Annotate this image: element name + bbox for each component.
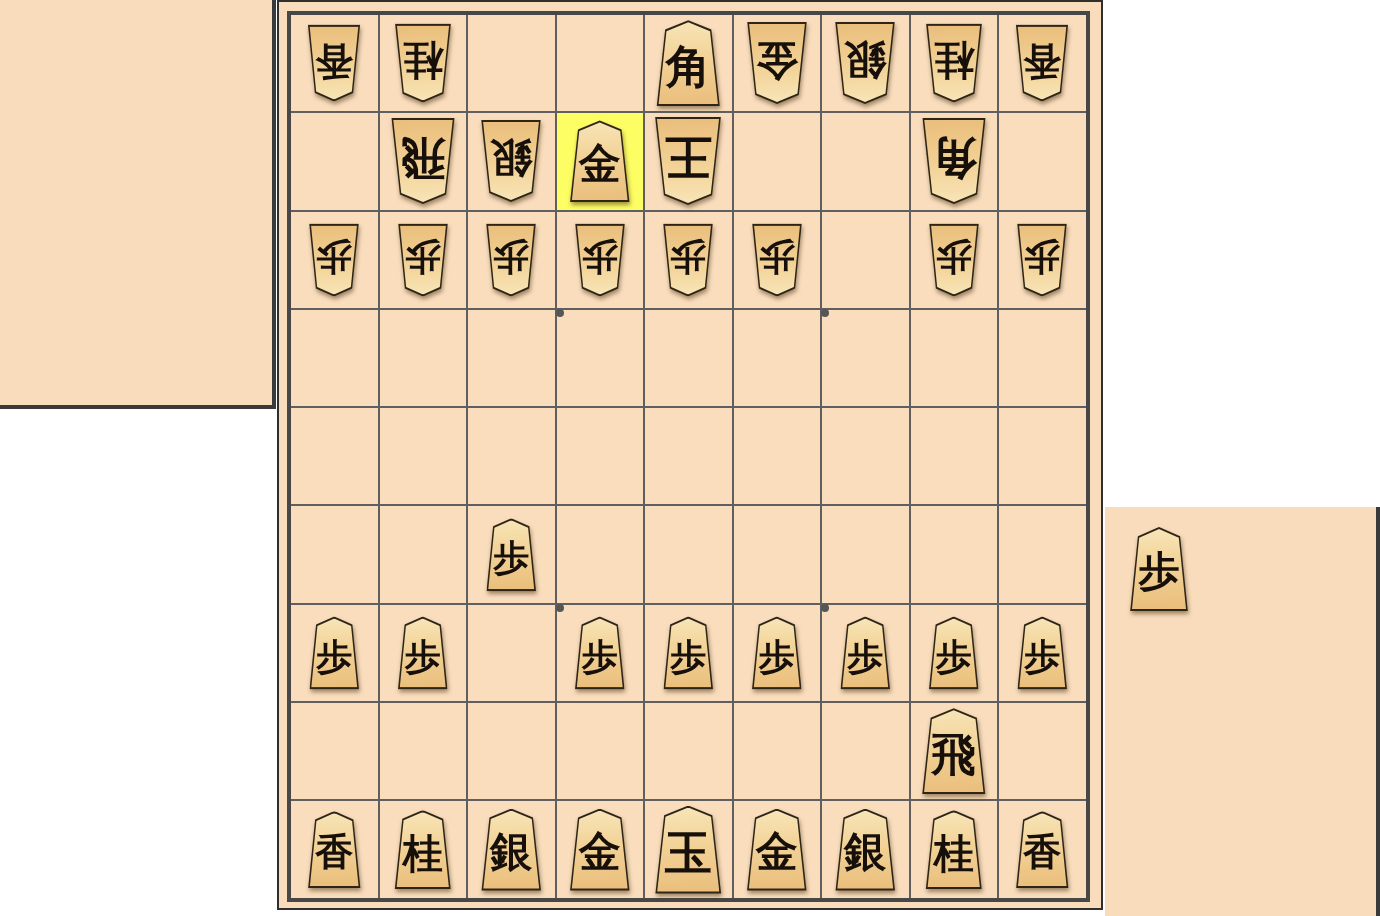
piece-sente-pawn[interactable]: 歩: [307, 616, 362, 689]
piece-kanji: 歩: [316, 239, 352, 280]
piece-pentagon: 歩: [484, 518, 539, 591]
square-9a[interactable]: 香: [291, 15, 378, 111]
square-1a[interactable]: 香: [999, 15, 1086, 111]
piece-gote-pawn[interactable]: 歩: [749, 223, 804, 296]
piece-face: 香: [1015, 27, 1069, 100]
square-2b[interactable]: 角: [911, 113, 998, 209]
piece-kanji: 香: [315, 42, 353, 85]
piece-gote-silver[interactable]: 銀: [832, 22, 898, 104]
piece-sente-pawn[interactable]: 歩: [395, 616, 450, 689]
square-9e[interactable]: [291, 408, 378, 504]
square-1i[interactable]: 香: [999, 801, 1086, 897]
piece-pentagon: 金: [567, 809, 633, 891]
piece-kanji: 桂: [403, 41, 443, 86]
piece-face: 歩: [751, 618, 802, 687]
piece-sente-silver[interactable]: 銀: [832, 809, 898, 891]
piece-face: 歩: [751, 225, 802, 294]
piece-sente-pawn[interactable]: 歩: [661, 616, 716, 689]
square-4c[interactable]: 歩: [734, 212, 821, 308]
piece-sente-lance[interactable]: 香: [305, 811, 363, 888]
piece-kanji: 歩: [1139, 546, 1180, 592]
piece-face: 金: [569, 122, 631, 200]
piece-pentagon: 香: [1013, 25, 1071, 102]
gote-hand-tray[interactable]: [0, 0, 276, 409]
piece-gote-gold[interactable]: 金: [744, 22, 810, 104]
square-4e[interactable]: [734, 408, 821, 504]
piece-face: 角: [655, 22, 721, 104]
piece-pentagon: 銀: [478, 809, 544, 891]
piece-kanji: 歩: [847, 633, 883, 674]
square-4d[interactable]: [734, 310, 821, 406]
piece-pentagon: 桂: [923, 24, 985, 103]
piece-pentagon: 歩: [307, 223, 362, 296]
piece-pentagon: 歩: [1127, 527, 1191, 611]
square-7f[interactable]: 歩: [468, 506, 555, 602]
piece-pentagon: 金: [567, 120, 633, 202]
piece-face: 歩: [928, 618, 979, 687]
piece-face: 玉: [654, 808, 723, 892]
piece-pentagon: 角: [653, 20, 723, 106]
piece-face: 香: [1015, 813, 1069, 886]
hoshi-dot: [556, 309, 564, 317]
piece-face: 金: [746, 811, 808, 889]
square-4f[interactable]: [734, 506, 821, 602]
piece-gote-lance[interactable]: 香: [1013, 25, 1071, 102]
shogi-app-window: 香桂角金銀桂香飛銀金王角歩歩歩歩歩歩歩歩歩歩歩歩歩歩歩歩歩飛香桂銀金玉金銀桂香 …: [0, 0, 1380, 916]
square-5f[interactable]: [645, 506, 732, 602]
piece-sente-knight[interactable]: 桂: [392, 810, 454, 889]
piece-face: 飛: [921, 710, 987, 792]
piece-face: 銀: [834, 811, 896, 889]
piece-kanji: 歩: [1024, 633, 1060, 674]
square-7g[interactable]: [468, 605, 555, 701]
hoshi-dot: [821, 309, 829, 317]
square-2f[interactable]: [911, 506, 998, 602]
piece-kanji: 銀: [490, 826, 532, 874]
piece-face: 角: [921, 120, 987, 202]
square-1e[interactable]: [999, 408, 1086, 504]
piece-pentagon: 王: [652, 117, 725, 205]
square-3d[interactable]: [822, 310, 909, 406]
piece-sente-pawn[interactable]: 歩: [838, 616, 893, 689]
piece-gote-pawn[interactable]: 歩: [484, 223, 539, 296]
piece-sente-pawn[interactable]: 歩: [572, 616, 627, 689]
piece-kanji: 角: [931, 136, 976, 187]
square-6d[interactable]: [557, 310, 644, 406]
piece-kanji: 王: [665, 135, 712, 188]
piece-gote-rook[interactable]: 飛: [388, 118, 458, 204]
piece-pentagon: 歩: [1015, 616, 1070, 689]
square-2d[interactable]: [911, 310, 998, 406]
piece-kanji: 歩: [670, 239, 706, 280]
piece-pentagon: 銀: [832, 22, 898, 104]
square-8e[interactable]: [380, 408, 467, 504]
piece-pentagon: 桂: [923, 810, 985, 889]
square-4a[interactable]: 金: [734, 15, 821, 111]
piece-pentagon: 歩: [572, 223, 627, 296]
square-7a[interactable]: [468, 15, 555, 111]
square-5e[interactable]: [645, 408, 732, 504]
square-9c[interactable]: 歩: [291, 212, 378, 308]
piece-face: 桂: [394, 812, 452, 887]
piece-face: 王: [654, 119, 723, 203]
piece-kanji: 飛: [931, 726, 976, 777]
piece-pentagon: 香: [1013, 811, 1071, 888]
piece-face: 歩: [1017, 225, 1068, 294]
piece-kanji: 金: [756, 826, 798, 874]
piece-pentagon: 歩: [926, 616, 981, 689]
square-3i[interactable]: 銀: [822, 801, 909, 897]
square-6f[interactable]: [557, 506, 644, 602]
piece-gote-pawn[interactable]: 歩: [307, 223, 362, 296]
piece-pentagon: 金: [744, 22, 810, 104]
piece-pentagon: 歩: [661, 616, 716, 689]
piece-face: 金: [569, 811, 631, 889]
piece-kanji: 歩: [936, 633, 972, 674]
piece-face: 歩: [574, 225, 625, 294]
square-4g[interactable]: 歩: [734, 605, 821, 701]
square-5c[interactable]: 歩: [645, 212, 732, 308]
piece-sente-gold[interactable]: 金: [567, 120, 633, 202]
square-8h[interactable]: [380, 703, 467, 799]
piece-sente-pawn[interactable]: 歩: [1127, 527, 1191, 611]
square-5b[interactable]: 王: [645, 113, 732, 209]
square-9i[interactable]: 香: [291, 801, 378, 897]
square-5g[interactable]: 歩: [645, 605, 732, 701]
piece-sente-lance[interactable]: 香: [1013, 811, 1071, 888]
piece-pentagon: 銀: [478, 120, 544, 202]
piece-kanji: 飛: [400, 136, 445, 187]
piece-pentagon: 歩: [572, 616, 627, 689]
piece-kanji: 香: [1023, 828, 1061, 871]
piece-kanji: 桂: [403, 827, 443, 872]
hoshi-dot: [821, 604, 829, 612]
square-5h[interactable]: [645, 703, 732, 799]
piece-face: 歩: [1129, 529, 1189, 609]
piece-face: 歩: [840, 618, 891, 687]
square-7d[interactable]: [468, 310, 555, 406]
piece-sente-pawn[interactable]: 歩: [749, 616, 804, 689]
square-3a[interactable]: 銀: [822, 15, 909, 111]
square-3h[interactable]: [822, 703, 909, 799]
square-8g[interactable]: 歩: [380, 605, 467, 701]
piece-gote-pawn[interactable]: 歩: [395, 223, 450, 296]
piece-kanji: 歩: [582, 239, 618, 280]
piece-face: 飛: [390, 120, 456, 202]
piece-pentagon: 歩: [307, 616, 362, 689]
piece-kanji: 金: [579, 138, 621, 186]
square-1f[interactable]: [999, 506, 1086, 602]
piece-sente-pawn[interactable]: 歩: [1015, 616, 1070, 689]
piece-kanji: 銀: [844, 39, 886, 87]
piece-kanji: 歩: [316, 633, 352, 674]
piece-pentagon: 歩: [838, 616, 893, 689]
piece-pentagon: 歩: [749, 616, 804, 689]
piece-pentagon: 歩: [661, 223, 716, 296]
square-2i[interactable]: 桂: [911, 801, 998, 897]
piece-gote-pawn[interactable]: 歩: [661, 223, 716, 296]
shogi-board: 香桂角金銀桂香飛銀金王角歩歩歩歩歩歩歩歩歩歩歩歩歩歩歩歩歩飛香桂銀金玉金銀桂香: [287, 11, 1090, 902]
piece-gote-knight[interactable]: 桂: [923, 24, 985, 103]
square-7e[interactable]: [468, 408, 555, 504]
piece-sente-king[interactable]: 玉: [652, 806, 725, 894]
square-9b[interactable]: [291, 113, 378, 209]
square-4h[interactable]: [734, 703, 821, 799]
piece-pentagon: 玉: [652, 806, 725, 894]
square-5d[interactable]: [645, 310, 732, 406]
piece-pentagon: 歩: [1015, 223, 1070, 296]
piece-sente-rook[interactable]: 飛: [919, 708, 989, 794]
piece-face: 香: [307, 27, 361, 100]
piece-face: 桂: [394, 26, 452, 101]
piece-kanji: 金: [579, 826, 621, 874]
piece-sente-knight[interactable]: 桂: [923, 810, 985, 889]
piece-kanji: 歩: [1024, 239, 1060, 280]
square-6h[interactable]: [557, 703, 644, 799]
piece-gote-pawn[interactable]: 歩: [1015, 223, 1070, 296]
piece-kanji: 歩: [405, 633, 441, 674]
square-7h[interactable]: [468, 703, 555, 799]
piece-pentagon: 歩: [926, 223, 981, 296]
square-8c[interactable]: 歩: [380, 212, 467, 308]
piece-pentagon: 飛: [388, 118, 458, 204]
piece-gote-knight[interactable]: 桂: [392, 24, 454, 103]
piece-gote-pawn[interactable]: 歩: [572, 223, 627, 296]
piece-gote-silver[interactable]: 銀: [478, 120, 544, 202]
piece-face: 銀: [834, 24, 896, 102]
square-6b[interactable]: 金: [557, 113, 644, 209]
piece-pentagon: 桂: [392, 810, 454, 889]
piece-face: 桂: [925, 26, 983, 101]
square-1h[interactable]: [999, 703, 1086, 799]
piece-face: 歩: [309, 618, 360, 687]
square-2h[interactable]: 飛: [911, 703, 998, 799]
square-2g[interactable]: 歩: [911, 605, 998, 701]
piece-kanji: 歩: [493, 239, 529, 280]
square-8f[interactable]: [380, 506, 467, 602]
piece-pentagon: 金: [744, 809, 810, 891]
square-5i[interactable]: 玉: [645, 801, 732, 897]
piece-sente-pawn[interactable]: 歩: [926, 616, 981, 689]
square-9f[interactable]: [291, 506, 378, 602]
square-1g[interactable]: 歩: [999, 605, 1086, 701]
piece-face: 銀: [480, 122, 542, 200]
square-7i[interactable]: 銀: [468, 801, 555, 897]
piece-face: 歩: [663, 225, 714, 294]
square-9h[interactable]: [291, 703, 378, 799]
piece-kanji: 香: [315, 828, 353, 871]
piece-gote-king[interactable]: 王: [652, 117, 725, 205]
piece-kanji: 歩: [493, 534, 529, 575]
square-3b[interactable]: [822, 113, 909, 209]
square-5a[interactable]: 角: [645, 15, 732, 111]
square-8b[interactable]: 飛: [380, 113, 467, 209]
piece-gote-pawn[interactable]: 歩: [926, 223, 981, 296]
piece-pentagon: 歩: [749, 223, 804, 296]
hoshi-dot: [556, 604, 564, 612]
piece-sente-pawn[interactable]: 歩: [484, 518, 539, 591]
square-8a[interactable]: 桂: [380, 15, 467, 111]
piece-pentagon: 歩: [395, 616, 450, 689]
piece-sente-bishop[interactable]: 角: [653, 20, 723, 106]
square-3e[interactable]: [822, 408, 909, 504]
square-6e[interactable]: [557, 408, 644, 504]
piece-kanji: 歩: [405, 239, 441, 280]
piece-pentagon: 角: [919, 118, 989, 204]
square-6c[interactable]: 歩: [557, 212, 644, 308]
square-8i[interactable]: 桂: [380, 801, 467, 897]
piece-face: 銀: [480, 811, 542, 889]
piece-sente-gold[interactable]: 金: [567, 809, 633, 891]
piece-pentagon: 歩: [484, 223, 539, 296]
piece-kanji: 玉: [665, 823, 712, 876]
piece-kanji: 角: [666, 38, 711, 89]
square-4b[interactable]: [734, 113, 821, 209]
square-6g[interactable]: 歩: [557, 605, 644, 701]
square-3c[interactable]: [822, 212, 909, 308]
square-1d[interactable]: [999, 310, 1086, 406]
piece-pentagon: 桂: [392, 24, 454, 103]
piece-face: 歩: [309, 225, 360, 294]
piece-pentagon: 銀: [832, 809, 898, 891]
piece-face: 歩: [397, 225, 448, 294]
piece-kanji: 歩: [759, 239, 795, 280]
shogi-board-panel: 香桂角金銀桂香飛銀金王角歩歩歩歩歩歩歩歩歩歩歩歩歩歩歩歩歩飛香桂銀金玉金銀桂香: [277, 0, 1103, 910]
square-1b[interactable]: [999, 113, 1086, 209]
piece-face: 歩: [663, 618, 714, 687]
square-2c[interactable]: 歩: [911, 212, 998, 308]
piece-kanji: 歩: [759, 633, 795, 674]
square-8d[interactable]: [380, 310, 467, 406]
sente-hand-tray[interactable]: 歩: [1105, 507, 1380, 916]
piece-pentagon: 香: [305, 25, 363, 102]
square-7b[interactable]: 銀: [468, 113, 555, 209]
piece-face: 歩: [574, 618, 625, 687]
piece-kanji: 歩: [582, 633, 618, 674]
piece-face: 歩: [928, 225, 979, 294]
square-9g[interactable]: 歩: [291, 605, 378, 701]
square-7c[interactable]: 歩: [468, 212, 555, 308]
piece-face: 金: [746, 24, 808, 102]
piece-gote-bishop[interactable]: 角: [919, 118, 989, 204]
square-6a[interactable]: [557, 15, 644, 111]
square-3f[interactable]: [822, 506, 909, 602]
piece-pentagon: 歩: [395, 223, 450, 296]
piece-face: 歩: [486, 520, 537, 589]
piece-kanji: 桂: [934, 41, 974, 86]
square-6i[interactable]: 金: [557, 801, 644, 897]
square-2e[interactable]: [911, 408, 998, 504]
square-2a[interactable]: 桂: [911, 15, 998, 111]
piece-kanji: 金: [756, 39, 798, 87]
piece-pentagon: 香: [305, 811, 363, 888]
piece-sente-silver[interactable]: 銀: [478, 809, 544, 891]
piece-kanji: 銀: [490, 138, 532, 186]
piece-kanji: 歩: [936, 239, 972, 280]
piece-face: 桂: [925, 812, 983, 887]
piece-kanji: 銀: [844, 826, 886, 874]
square-1c[interactable]: 歩: [999, 212, 1086, 308]
piece-face: 歩: [397, 618, 448, 687]
square-4i[interactable]: 金: [734, 801, 821, 897]
piece-gote-lance[interactable]: 香: [305, 25, 363, 102]
piece-pentagon: 飛: [919, 708, 989, 794]
piece-kanji: 桂: [934, 827, 974, 872]
piece-face: 歩: [486, 225, 537, 294]
piece-kanji: 歩: [670, 633, 706, 674]
square-9d[interactable]: [291, 310, 378, 406]
piece-face: 香: [307, 813, 361, 886]
piece-face: 歩: [1017, 618, 1068, 687]
piece-sente-gold[interactable]: 金: [744, 809, 810, 891]
square-3g[interactable]: 歩: [822, 605, 909, 701]
piece-kanji: 香: [1023, 42, 1061, 85]
